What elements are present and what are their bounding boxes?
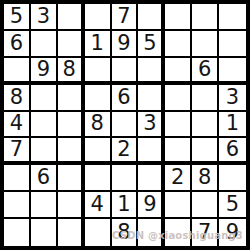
- cell-r1c2[interactable]: 3: [31, 4, 58, 31]
- cell-r8c4[interactable]: 4: [85, 192, 112, 219]
- cell-r6c1[interactable]: 7: [4, 138, 31, 165]
- cell-r6c6[interactable]: [138, 138, 165, 165]
- sudoku-board: CSDN @xiaoshiguang3 53761959868634831726…: [0, 0, 250, 250]
- cell-r7c8[interactable]: 8: [192, 165, 219, 192]
- cell-r8c3[interactable]: [58, 192, 85, 219]
- cell-r4c5[interactable]: 6: [112, 85, 139, 112]
- cell-r5c1[interactable]: 4: [4, 112, 31, 139]
- cell-r4c4[interactable]: [85, 85, 112, 112]
- cell-r3c5[interactable]: [112, 58, 139, 85]
- cell-r1c6[interactable]: [138, 4, 165, 31]
- cell-r6c7[interactable]: [165, 138, 192, 165]
- cell-r4c6[interactable]: [138, 85, 165, 112]
- cell-r2c4[interactable]: 1: [85, 31, 112, 58]
- cell-r2c7[interactable]: [165, 31, 192, 58]
- cell-r8c6[interactable]: 9: [138, 192, 165, 219]
- cell-r1c8[interactable]: [192, 4, 219, 31]
- cell-r4c9[interactable]: 3: [219, 85, 246, 112]
- cell-r9c2[interactable]: [31, 219, 58, 246]
- cell-r4c2[interactable]: [31, 85, 58, 112]
- cell-r2c2[interactable]: [31, 31, 58, 58]
- cell-r7c4[interactable]: [85, 165, 112, 192]
- cell-r2c3[interactable]: [58, 31, 85, 58]
- cell-r9c1[interactable]: [4, 219, 31, 246]
- cell-r2c8[interactable]: [192, 31, 219, 58]
- cell-r5c3[interactable]: [58, 112, 85, 139]
- cell-r9c6[interactable]: [138, 219, 165, 246]
- cell-r2c6[interactable]: 5: [138, 31, 165, 58]
- cell-r1c9[interactable]: [219, 4, 246, 31]
- cell-r5c6[interactable]: 3: [138, 112, 165, 139]
- cell-r6c3[interactable]: [58, 138, 85, 165]
- cell-r3c8[interactable]: 6: [192, 58, 219, 85]
- cell-r2c5[interactable]: 9: [112, 31, 139, 58]
- cell-r4c3[interactable]: [58, 85, 85, 112]
- cell-r7c1[interactable]: [4, 165, 31, 192]
- cell-r5c2[interactable]: [31, 112, 58, 139]
- cell-r9c5[interactable]: 8: [112, 219, 139, 246]
- cell-r3c4[interactable]: [85, 58, 112, 85]
- cell-r4c8[interactable]: [192, 85, 219, 112]
- cell-r1c3[interactable]: [58, 4, 85, 31]
- cell-r6c4[interactable]: [85, 138, 112, 165]
- cell-r2c9[interactable]: [219, 31, 246, 58]
- cell-r6c5[interactable]: 2: [112, 138, 139, 165]
- cell-r5c9[interactable]: 1: [219, 112, 246, 139]
- cell-r7c2[interactable]: 6: [31, 165, 58, 192]
- cell-r9c4[interactable]: [85, 219, 112, 246]
- cell-r9c8[interactable]: 7: [192, 219, 219, 246]
- cell-r7c6[interactable]: [138, 165, 165, 192]
- cell-r5c7[interactable]: [165, 112, 192, 139]
- cell-r9c9[interactable]: 9: [219, 219, 246, 246]
- cell-r8c9[interactable]: 5: [219, 192, 246, 219]
- cell-r1c5[interactable]: 7: [112, 4, 139, 31]
- cell-r8c8[interactable]: [192, 192, 219, 219]
- cell-r1c1[interactable]: 5: [4, 4, 31, 31]
- cell-r4c7[interactable]: [165, 85, 192, 112]
- cell-r6c2[interactable]: [31, 138, 58, 165]
- cell-r9c7[interactable]: [165, 219, 192, 246]
- cell-r1c7[interactable]: [165, 4, 192, 31]
- cell-r3c3[interactable]: 8: [58, 58, 85, 85]
- cell-r1c4[interactable]: [85, 4, 112, 31]
- cell-r5c8[interactable]: [192, 112, 219, 139]
- cell-r3c2[interactable]: 9: [31, 58, 58, 85]
- cell-r3c1[interactable]: [4, 58, 31, 85]
- cell-r5c4[interactable]: 8: [85, 112, 112, 139]
- cell-r3c7[interactable]: [165, 58, 192, 85]
- cell-r8c7[interactable]: [165, 192, 192, 219]
- cell-r8c1[interactable]: [4, 192, 31, 219]
- cell-r7c5[interactable]: [112, 165, 139, 192]
- cell-r8c5[interactable]: 1: [112, 192, 139, 219]
- cell-r4c1[interactable]: 8: [4, 85, 31, 112]
- cell-r3c9[interactable]: [219, 58, 246, 85]
- cell-r6c8[interactable]: [192, 138, 219, 165]
- cell-r3c6[interactable]: [138, 58, 165, 85]
- cell-r6c9[interactable]: 6: [219, 138, 246, 165]
- cell-r7c7[interactable]: 2: [165, 165, 192, 192]
- cell-r7c9[interactable]: [219, 165, 246, 192]
- cell-r8c2[interactable]: [31, 192, 58, 219]
- cell-r7c3[interactable]: [58, 165, 85, 192]
- cell-r2c1[interactable]: 6: [4, 31, 31, 58]
- cell-r5c5[interactable]: [112, 112, 139, 139]
- cell-r9c3[interactable]: [58, 219, 85, 246]
